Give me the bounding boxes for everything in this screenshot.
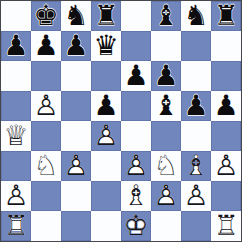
piece-black-bishop[interactable]: ♝ — [151, 91, 181, 121]
square-e1[interactable]: ♚♔ — [121, 211, 151, 241]
square-e3[interactable]: ♟♙ — [121, 151, 151, 181]
square-c1[interactable] — [61, 211, 91, 241]
square-g4[interactable] — [181, 121, 211, 151]
piece-white-pawn[interactable]: ♟♙ — [181, 181, 211, 211]
piece-white-rook[interactable]: ♜♖ — [211, 211, 241, 241]
square-e7[interactable] — [121, 31, 151, 61]
white-piece-outline-glyph: ♗ — [121, 181, 151, 211]
piece-white-pawn[interactable]: ♟♙ — [61, 151, 91, 181]
piece-white-pawn[interactable]: ♟♙ — [1, 181, 31, 211]
square-a4[interactable]: ♛♕ — [1, 121, 31, 151]
white-piece-outline-glyph: ♙ — [91, 121, 121, 151]
square-a2[interactable]: ♟♙ — [1, 181, 31, 211]
square-a7[interactable]: ♟ — [1, 31, 31, 61]
square-f6[interactable]: ♟ — [151, 61, 181, 91]
square-c3[interactable]: ♟♙ — [61, 151, 91, 181]
white-piece-outline-glyph: ♗ — [181, 151, 211, 181]
square-h2[interactable] — [211, 181, 241, 211]
square-g7[interactable] — [181, 31, 211, 61]
square-g1[interactable] — [181, 211, 211, 241]
square-h6[interactable] — [211, 61, 241, 91]
square-h4[interactable] — [211, 121, 241, 151]
white-piece-outline-glyph: ♔ — [121, 211, 151, 241]
piece-black-queen[interactable]: ♛ — [91, 31, 121, 61]
piece-black-bishop[interactable]: ♝ — [151, 1, 181, 31]
piece-black-pawn[interactable]: ♟ — [31, 31, 61, 61]
piece-black-pawn[interactable]: ♟ — [1, 31, 31, 61]
square-b2[interactable] — [31, 181, 61, 211]
square-f5[interactable]: ♝ — [151, 91, 181, 121]
white-piece-outline-glyph: ♙ — [211, 151, 241, 181]
square-c6[interactable] — [61, 61, 91, 91]
square-f4[interactable] — [151, 121, 181, 151]
square-c7[interactable]: ♟ — [61, 31, 91, 61]
square-c4[interactable] — [61, 121, 91, 151]
square-h8[interactable]: ♜ — [211, 1, 241, 31]
piece-white-queen[interactable]: ♛♕ — [1, 121, 31, 151]
square-e8[interactable] — [121, 1, 151, 31]
white-piece-outline-glyph: ♖ — [211, 211, 241, 241]
square-b4[interactable] — [31, 121, 61, 151]
piece-white-pawn[interactable]: ♟♙ — [151, 181, 181, 211]
piece-white-pawn[interactable]: ♟♙ — [91, 121, 121, 151]
square-a3[interactable] — [1, 151, 31, 181]
square-f2[interactable]: ♟♙ — [151, 181, 181, 211]
white-piece-outline-glyph: ♙ — [151, 181, 181, 211]
square-e2[interactable]: ♝♗ — [121, 181, 151, 211]
square-b5[interactable]: ♟♙ — [31, 91, 61, 121]
square-d8[interactable]: ♜ — [91, 1, 121, 31]
square-e4[interactable] — [121, 121, 151, 151]
square-a1[interactable]: ♜♖ — [1, 211, 31, 241]
square-d5[interactable]: ♟ — [91, 91, 121, 121]
white-piece-outline-glyph: ♙ — [1, 181, 31, 211]
square-f8[interactable]: ♝ — [151, 1, 181, 31]
chess-board: ♚♞♜♝♞♜♟♟♟♛♟♟♟♙♟♝♟♟♛♕♟♙♞♘♟♙♟♙♞♘♝♗♟♙♟♙♝♗♟♙… — [0, 0, 242, 242]
piece-white-knight[interactable]: ♞♘ — [151, 151, 181, 181]
piece-white-pawn[interactable]: ♟♙ — [121, 151, 151, 181]
white-piece-outline-glyph: ♙ — [181, 181, 211, 211]
square-c2[interactable] — [61, 181, 91, 211]
square-a8[interactable] — [1, 1, 31, 31]
square-d6[interactable] — [91, 61, 121, 91]
square-g6[interactable] — [181, 61, 211, 91]
square-d7[interactable]: ♛ — [91, 31, 121, 61]
square-h3[interactable]: ♟♙ — [211, 151, 241, 181]
square-d4[interactable]: ♟♙ — [91, 121, 121, 151]
square-h5[interactable]: ♟ — [211, 91, 241, 121]
piece-black-pawn[interactable]: ♟ — [151, 61, 181, 91]
square-a5[interactable] — [1, 91, 31, 121]
square-g8[interactable]: ♞ — [181, 1, 211, 31]
piece-black-king[interactable]: ♚ — [31, 1, 61, 31]
white-piece-outline-glyph: ♙ — [61, 151, 91, 181]
square-c8[interactable]: ♞ — [61, 1, 91, 31]
piece-white-rook[interactable]: ♜♖ — [1, 211, 31, 241]
square-e6[interactable]: ♟ — [121, 61, 151, 91]
piece-black-pawn[interactable]: ♟ — [61, 31, 91, 61]
piece-white-bishop[interactable]: ♝♗ — [121, 181, 151, 211]
square-d2[interactable] — [91, 181, 121, 211]
square-g3[interactable]: ♝♗ — [181, 151, 211, 181]
piece-white-king[interactable]: ♚♔ — [121, 211, 151, 241]
square-b6[interactable] — [31, 61, 61, 91]
square-f1[interactable] — [151, 211, 181, 241]
piece-black-pawn[interactable]: ♟ — [121, 61, 151, 91]
white-piece-outline-glyph: ♖ — [1, 211, 31, 241]
square-b3[interactable]: ♞♘ — [31, 151, 61, 181]
square-h7[interactable] — [211, 31, 241, 61]
square-a6[interactable] — [1, 61, 31, 91]
square-g5[interactable]: ♟ — [181, 91, 211, 121]
piece-black-pawn[interactable]: ♟ — [91, 91, 121, 121]
piece-white-pawn[interactable]: ♟♙ — [211, 151, 241, 181]
white-piece-outline-glyph: ♘ — [151, 151, 181, 181]
square-d1[interactable] — [91, 211, 121, 241]
square-b1[interactable] — [31, 211, 61, 241]
square-e5[interactable] — [121, 91, 151, 121]
square-b8[interactable]: ♚ — [31, 1, 61, 31]
square-f3[interactable]: ♞♘ — [151, 151, 181, 181]
piece-black-rook[interactable]: ♜ — [91, 1, 121, 31]
square-c5[interactable] — [61, 91, 91, 121]
square-d3[interactable] — [91, 151, 121, 181]
piece-black-rook[interactable]: ♜ — [211, 1, 241, 31]
piece-black-knight[interactable]: ♞ — [181, 1, 211, 31]
square-f7[interactable] — [151, 31, 181, 61]
piece-black-pawn[interactable]: ♟ — [211, 91, 241, 121]
piece-white-bishop[interactable]: ♝♗ — [181, 151, 211, 181]
piece-white-knight[interactable]: ♞♘ — [31, 151, 61, 181]
piece-black-pawn[interactable]: ♟ — [181, 91, 211, 121]
white-piece-outline-glyph: ♕ — [1, 121, 31, 151]
piece-white-pawn[interactable]: ♟♙ — [31, 91, 61, 121]
square-b7[interactable]: ♟ — [31, 31, 61, 61]
square-h1[interactable]: ♜♖ — [211, 211, 241, 241]
square-g2[interactable]: ♟♙ — [181, 181, 211, 211]
piece-black-knight[interactable]: ♞ — [61, 1, 91, 31]
white-piece-outline-glyph: ♙ — [121, 151, 151, 181]
white-piece-outline-glyph: ♘ — [31, 151, 61, 181]
white-piece-outline-glyph: ♙ — [31, 91, 61, 121]
